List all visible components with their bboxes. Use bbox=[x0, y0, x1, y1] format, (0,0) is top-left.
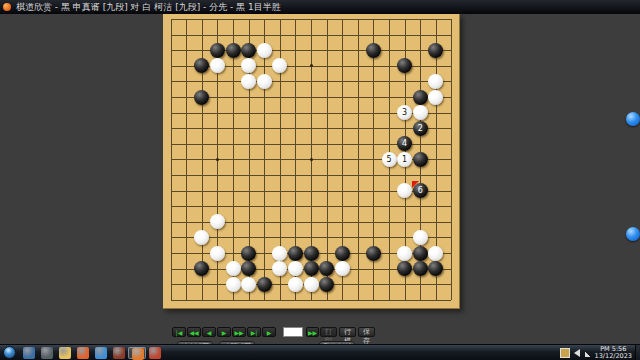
grid-line bbox=[358, 19, 359, 300]
star-point bbox=[310, 158, 313, 161]
star-point bbox=[310, 64, 313, 67]
black-stone[interactable] bbox=[413, 246, 428, 261]
network-icon[interactable] bbox=[585, 350, 592, 357]
black-stone[interactable] bbox=[397, 261, 412, 276]
white-stone[interactable] bbox=[272, 261, 287, 276]
taskbar-goapp-icon bbox=[132, 348, 144, 360]
grid-line bbox=[171, 206, 452, 207]
black-stone[interactable] bbox=[335, 246, 350, 261]
taskbar-app-4-icon bbox=[149, 347, 161, 359]
taskbar-goapp-button[interactable] bbox=[128, 347, 146, 359]
black-stone[interactable] bbox=[241, 246, 256, 261]
white-stone[interactable] bbox=[210, 214, 225, 229]
start-button[interactable] bbox=[3, 346, 16, 359]
black-stone[interactable] bbox=[319, 277, 334, 292]
auto-play-button[interactable]: ▶ bbox=[262, 327, 276, 337]
black-stone[interactable] bbox=[210, 43, 225, 58]
black-stone[interactable] bbox=[241, 43, 256, 58]
white-stone-move-1[interactable]: 1 bbox=[397, 152, 412, 167]
taskbar-clock[interactable]: PM 5:56 13/12/2023 bbox=[595, 346, 632, 360]
window-title: 棋道欣赏 - 黑 申真谞 [九段] 对 白 柯洁 [九段] - 分先 - 黑 1… bbox=[16, 1, 281, 14]
app-content: 324516 |◀◀◀◀▶▶▶▶|▶ ▶▶ 打印 行棋 保存 结束试下 重新试下… bbox=[0, 14, 640, 344]
last-move-button[interactable]: ▶| bbox=[247, 327, 261, 337]
taskbar: PM 5:56 13/12/2023 bbox=[0, 344, 640, 360]
taskbar-app-3-icon bbox=[113, 347, 125, 359]
black-stone[interactable] bbox=[194, 90, 209, 105]
white-stone[interactable] bbox=[428, 246, 443, 261]
white-stone-move-3[interactable]: 3 bbox=[397, 105, 412, 120]
white-stone[interactable] bbox=[226, 261, 241, 276]
white-stone[interactable] bbox=[288, 261, 303, 276]
black-stone[interactable] bbox=[194, 58, 209, 73]
black-stone[interactable] bbox=[413, 261, 428, 276]
taskbar-app-4-button[interactable] bbox=[146, 347, 164, 359]
taskbar-app-2-button[interactable] bbox=[38, 347, 56, 359]
taskbar-folder-icon bbox=[59, 347, 71, 359]
last-move-marker-icon bbox=[412, 181, 419, 188]
white-stone[interactable] bbox=[194, 230, 209, 245]
white-stone[interactable] bbox=[397, 183, 412, 198]
black-stone[interactable] bbox=[194, 261, 209, 276]
white-stone[interactable] bbox=[304, 277, 319, 292]
white-stone[interactable] bbox=[210, 246, 225, 261]
white-stone[interactable] bbox=[428, 74, 443, 89]
black-stone[interactable] bbox=[366, 246, 381, 261]
black-stone[interactable] bbox=[304, 261, 319, 276]
app-icon bbox=[3, 3, 11, 11]
black-stone[interactable] bbox=[319, 261, 334, 276]
first-move-button[interactable]: |◀ bbox=[172, 327, 186, 337]
go-to-move-button[interactable]: ▶▶ bbox=[306, 327, 319, 337]
white-stone[interactable] bbox=[210, 58, 225, 73]
grid-line bbox=[451, 19, 452, 300]
back-10-button[interactable]: ◀◀ bbox=[187, 327, 201, 337]
print-button[interactable]: 打印 bbox=[320, 327, 337, 337]
system-tray bbox=[556, 347, 592, 359]
move-number-input[interactable] bbox=[283, 327, 303, 337]
speaker-icon[interactable] bbox=[574, 349, 580, 357]
taskbar-icons bbox=[20, 347, 164, 359]
taskbar-app-1-icon bbox=[23, 347, 35, 359]
white-stone[interactable] bbox=[413, 230, 428, 245]
white-stone[interactable] bbox=[226, 277, 241, 292]
clock-date: 13/12/2023 bbox=[595, 353, 632, 360]
forward-1-button[interactable]: ▶ bbox=[217, 327, 231, 337]
play-move-button[interactable]: 行棋 bbox=[339, 327, 356, 337]
taskbar-app-1-button[interactable] bbox=[20, 347, 38, 359]
white-stone[interactable] bbox=[288, 277, 303, 292]
black-stone[interactable] bbox=[413, 152, 428, 167]
black-stone[interactable] bbox=[413, 90, 428, 105]
black-stone[interactable] bbox=[241, 261, 256, 276]
tray-grid-icon[interactable] bbox=[561, 349, 569, 357]
grid-line bbox=[171, 300, 452, 301]
go-board[interactable]: 324516 bbox=[163, 14, 460, 309]
taskbar-folder-button[interactable] bbox=[56, 347, 74, 359]
forward-10-button[interactable]: ▶▶ bbox=[232, 327, 246, 337]
taskbar-firefox-icon bbox=[77, 347, 89, 359]
white-stone[interactable] bbox=[272, 58, 287, 73]
white-stone-move-5[interactable]: 5 bbox=[382, 152, 397, 167]
edge-widget-top[interactable] bbox=[626, 112, 640, 126]
black-stone-move-6[interactable]: 6 bbox=[413, 183, 428, 198]
white-stone[interactable] bbox=[257, 43, 272, 58]
white-stone[interactable] bbox=[241, 277, 256, 292]
white-stone[interactable] bbox=[397, 246, 412, 261]
edge-widget-bottom[interactable] bbox=[626, 227, 640, 241]
title-bar: 棋道欣赏 - 黑 申真谞 [九段] 对 白 柯洁 [九段] - 分先 - 黑 1… bbox=[0, 0, 640, 14]
grid-line bbox=[171, 237, 452, 238]
black-stone[interactable] bbox=[397, 58, 412, 73]
white-stone[interactable] bbox=[257, 74, 272, 89]
black-stone[interactable] bbox=[428, 43, 443, 58]
white-stone[interactable] bbox=[413, 105, 428, 120]
white-stone[interactable] bbox=[241, 58, 256, 73]
taskbar-ie-icon bbox=[95, 347, 107, 359]
black-stone[interactable] bbox=[226, 43, 241, 58]
black-stone-move-4[interactable]: 4 bbox=[397, 136, 412, 151]
taskbar-firefox-button[interactable] bbox=[74, 347, 92, 359]
taskbar-app-3-button[interactable] bbox=[110, 347, 128, 359]
taskbar-app-2-icon bbox=[41, 347, 53, 359]
back-1-button[interactable]: ◀ bbox=[202, 327, 216, 337]
taskbar-ie-button[interactable] bbox=[92, 347, 110, 359]
white-stone[interactable] bbox=[335, 261, 350, 276]
black-stone[interactable] bbox=[366, 43, 381, 58]
black-stone[interactable] bbox=[288, 246, 303, 261]
star-point bbox=[216, 158, 219, 161]
black-stone-move-2[interactable]: 2 bbox=[413, 121, 428, 136]
save-button[interactable]: 保存 bbox=[358, 327, 375, 337]
black-stone[interactable] bbox=[428, 261, 443, 276]
white-stone[interactable] bbox=[428, 90, 443, 105]
grid-line bbox=[327, 19, 328, 300]
black-stone[interactable] bbox=[304, 246, 319, 261]
black-stone[interactable] bbox=[257, 277, 272, 292]
white-stone[interactable] bbox=[241, 74, 256, 89]
show-desktop-button[interactable] bbox=[635, 345, 640, 360]
grid-line bbox=[171, 175, 452, 176]
white-stone[interactable] bbox=[272, 246, 287, 261]
